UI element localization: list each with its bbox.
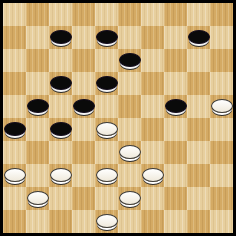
board-square (49, 3, 72, 26)
board-square[interactable] (118, 49, 141, 72)
board-square[interactable] (164, 95, 187, 118)
board-square (3, 49, 26, 72)
black-piece[interactable] (50, 30, 72, 44)
white-piece[interactable] (96, 168, 118, 182)
board-square (26, 164, 49, 187)
board-square[interactable] (95, 72, 118, 95)
board-square (49, 187, 72, 210)
board-square[interactable] (26, 187, 49, 210)
board-square (95, 49, 118, 72)
board-square[interactable] (141, 210, 164, 233)
black-piece[interactable] (50, 76, 72, 90)
board-square[interactable] (187, 118, 210, 141)
board-square[interactable] (141, 26, 164, 49)
board-square[interactable] (72, 49, 95, 72)
white-piece[interactable] (211, 99, 233, 113)
board-square (210, 164, 233, 187)
black-piece[interactable] (188, 30, 210, 44)
board-square (95, 141, 118, 164)
board-square[interactable] (187, 72, 210, 95)
board-square[interactable] (95, 164, 118, 187)
board-square[interactable] (26, 95, 49, 118)
board-square[interactable] (49, 210, 72, 233)
board-square (187, 95, 210, 118)
board-square[interactable] (210, 187, 233, 210)
black-piece[interactable] (50, 122, 72, 136)
board-square (210, 210, 233, 233)
board-square[interactable] (72, 187, 95, 210)
board-square[interactable] (141, 164, 164, 187)
board-square[interactable] (210, 95, 233, 118)
board-square (72, 118, 95, 141)
black-piece[interactable] (165, 99, 187, 113)
board-square[interactable] (118, 95, 141, 118)
board-square[interactable] (95, 118, 118, 141)
white-piece[interactable] (142, 168, 164, 182)
board-square[interactable] (187, 210, 210, 233)
board-square (118, 118, 141, 141)
board-square (141, 49, 164, 72)
board-square (164, 164, 187, 187)
board-square[interactable] (26, 49, 49, 72)
board-square (95, 95, 118, 118)
black-piece[interactable] (96, 76, 118, 90)
board-square[interactable] (49, 164, 72, 187)
white-piece[interactable] (27, 191, 49, 205)
board-square[interactable] (49, 26, 72, 49)
board-square (3, 141, 26, 164)
board-square[interactable] (210, 141, 233, 164)
board-square (3, 187, 26, 210)
board-square (210, 26, 233, 49)
board-square[interactable] (95, 210, 118, 233)
board-square (141, 187, 164, 210)
board-square (187, 187, 210, 210)
board-square[interactable] (3, 72, 26, 95)
board-square[interactable] (3, 118, 26, 141)
black-piece[interactable] (27, 99, 49, 113)
board-square (72, 26, 95, 49)
board-frame (0, 0, 236, 236)
board-square[interactable] (164, 3, 187, 26)
board-square[interactable] (3, 26, 26, 49)
board-square (49, 95, 72, 118)
board-square (187, 141, 210, 164)
board-square (26, 118, 49, 141)
board-square[interactable] (49, 72, 72, 95)
draughts-board (3, 3, 233, 233)
board-square (164, 118, 187, 141)
black-piece[interactable] (73, 99, 95, 113)
board-square (3, 3, 26, 26)
board-square (118, 210, 141, 233)
board-square[interactable] (72, 141, 95, 164)
board-square (3, 95, 26, 118)
board-square[interactable] (164, 141, 187, 164)
board-square[interactable] (164, 187, 187, 210)
board-square (72, 210, 95, 233)
board-square[interactable] (164, 49, 187, 72)
white-piece[interactable] (96, 214, 118, 228)
board-square[interactable] (26, 141, 49, 164)
board-square (164, 26, 187, 49)
board-square (141, 141, 164, 164)
board-square[interactable] (118, 3, 141, 26)
board-square[interactable] (72, 3, 95, 26)
board-square (164, 72, 187, 95)
board-square[interactable] (141, 72, 164, 95)
board-square (118, 26, 141, 49)
board-square (141, 3, 164, 26)
board-square[interactable] (187, 164, 210, 187)
board-square[interactable] (187, 26, 210, 49)
board-square (141, 95, 164, 118)
black-piece[interactable] (4, 122, 26, 136)
board-square (26, 210, 49, 233)
board-square[interactable] (26, 3, 49, 26)
board-square (187, 3, 210, 26)
board-square (187, 49, 210, 72)
board-square[interactable] (118, 187, 141, 210)
board-square (26, 26, 49, 49)
board-square[interactable] (3, 210, 26, 233)
board-square (95, 187, 118, 210)
board-square (49, 141, 72, 164)
white-piece[interactable] (50, 168, 72, 182)
board-square (210, 72, 233, 95)
board-square (118, 72, 141, 95)
board-square (72, 164, 95, 187)
board-square[interactable] (3, 164, 26, 187)
board-square[interactable] (141, 118, 164, 141)
board-square (95, 3, 118, 26)
board-square[interactable] (118, 141, 141, 164)
board-square (118, 164, 141, 187)
board-square (210, 118, 233, 141)
white-piece[interactable] (96, 122, 118, 136)
board-square[interactable] (95, 26, 118, 49)
board-square[interactable] (49, 118, 72, 141)
white-piece[interactable] (119, 145, 141, 159)
white-piece[interactable] (4, 168, 26, 182)
black-piece[interactable] (96, 30, 118, 44)
board-square (164, 210, 187, 233)
black-piece[interactable] (119, 53, 141, 67)
board-square[interactable] (72, 95, 95, 118)
board-square (49, 49, 72, 72)
board-square (72, 72, 95, 95)
board-square[interactable] (210, 3, 233, 26)
board-square[interactable] (210, 49, 233, 72)
white-piece[interactable] (119, 191, 141, 205)
board-square (26, 72, 49, 95)
